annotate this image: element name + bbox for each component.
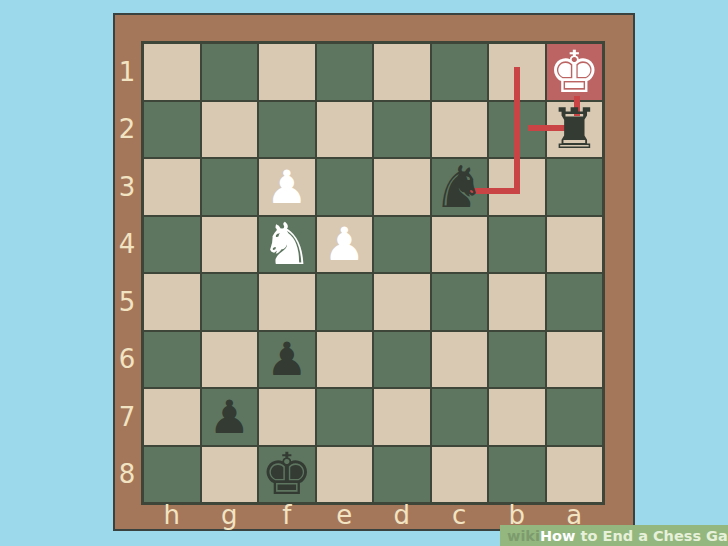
black-pawn: ♟ [209,394,250,440]
rank-label-6: 6 [113,331,141,389]
square-f8: ♚ [258,446,316,504]
square-a8 [546,446,604,504]
square-c6 [431,331,489,389]
file-label-g: g [201,501,259,529]
watermark-wiki-text: wiki [507,528,540,544]
square-f7 [258,388,316,446]
square-g8 [201,446,259,504]
square-h7 [143,388,201,446]
rank-label-3: 3 [113,158,141,216]
chess-board: ♚♜♟♞♞♟♟♟♚ [141,41,605,505]
file-label-d: d [373,501,431,529]
square-c2 [431,101,489,159]
white-pawn: ♟ [324,221,365,267]
square-e7 [316,388,374,446]
file-label-e: e [316,501,374,529]
square-d7 [373,388,431,446]
square-f6: ♟ [258,331,316,389]
square-d6 [373,331,431,389]
white-knight: ♞ [261,215,313,273]
square-e2 [316,101,374,159]
square-g6 [201,331,259,389]
square-g3 [201,158,259,216]
square-a2: ♜ [546,101,604,159]
chess-diagram: 12345678 hgfedcba ♚♜♟♞♞♟♟♟♚ wikiHow to E… [0,0,728,546]
square-b6 [488,331,546,389]
square-f5 [258,273,316,331]
square-e1 [316,43,374,101]
square-a7 [546,388,604,446]
square-b7 [488,388,546,446]
rank-labels: 12345678 [113,43,141,503]
square-a1: ♚ [546,43,604,101]
square-c1 [431,43,489,101]
rank-label-7: 7 [113,388,141,446]
square-d2 [373,101,431,159]
square-h2 [143,101,201,159]
watermark-title-text: to End a Chess Game [575,528,728,544]
square-e5 [316,273,374,331]
file-label-h: h [143,501,201,529]
square-c5 [431,273,489,331]
square-f2 [258,101,316,159]
square-g7: ♟ [201,388,259,446]
square-h5 [143,273,201,331]
square-e6 [316,331,374,389]
square-b5 [488,273,546,331]
square-c8 [431,446,489,504]
square-c4 [431,216,489,274]
black-king: ♚ [261,445,313,503]
square-h1 [143,43,201,101]
rank-label-2: 2 [113,101,141,159]
black-rook: ♜ [549,101,599,157]
square-d5 [373,273,431,331]
rank-label-5: 5 [113,273,141,331]
square-b3 [488,158,546,216]
square-e3 [316,158,374,216]
square-a6 [546,331,604,389]
watermark-how-text: How [540,528,576,544]
square-a3 [546,158,604,216]
square-d1 [373,43,431,101]
square-b8 [488,446,546,504]
square-d8 [373,446,431,504]
square-f4: ♞ [258,216,316,274]
rank-label-4: 4 [113,216,141,274]
square-f1 [258,43,316,101]
square-g5 [201,273,259,331]
square-a5 [546,273,604,331]
square-b1 [488,43,546,101]
rank-label-8: 8 [113,446,141,504]
watermark-bar: wikiHow to End a Chess Game [500,525,728,546]
black-pawn: ♟ [266,336,307,382]
square-b4 [488,216,546,274]
square-c3: ♞ [431,158,489,216]
square-d4 [373,216,431,274]
square-g4 [201,216,259,274]
square-g1 [201,43,259,101]
square-h8 [143,446,201,504]
white-pawn: ♟ [266,164,307,210]
square-a4 [546,216,604,274]
square-f3: ♟ [258,158,316,216]
square-e8 [316,446,374,504]
square-h3 [143,158,201,216]
rank-label-1: 1 [113,43,141,101]
black-knight: ♞ [433,158,485,216]
square-h6 [143,331,201,389]
square-g2 [201,101,259,159]
file-label-c: c [431,501,489,529]
square-e4: ♟ [316,216,374,274]
square-c7 [431,388,489,446]
square-d3 [373,158,431,216]
white-king: ♚ [548,43,600,101]
square-h4 [143,216,201,274]
square-b2 [488,101,546,159]
